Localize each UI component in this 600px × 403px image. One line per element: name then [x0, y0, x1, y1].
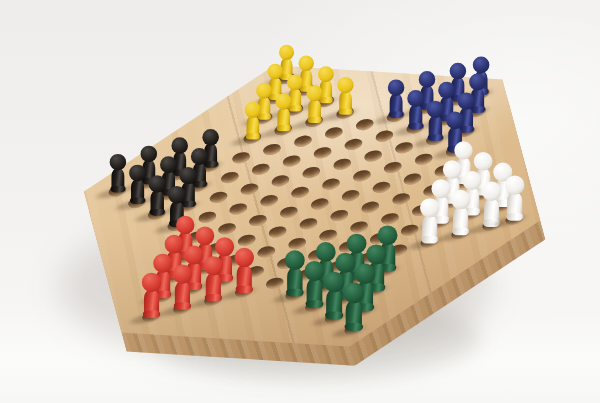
- peg-foot: [506, 213, 523, 221]
- peg-head: [407, 90, 424, 107]
- hole-opening: [329, 208, 349, 223]
- peg-foot: [130, 198, 145, 205]
- hole-opening: [313, 145, 333, 160]
- hole-opening: [287, 236, 307, 251]
- peg-head: [129, 165, 146, 182]
- hole-opening: [321, 177, 341, 192]
- peg-red[interactable]: [203, 256, 225, 301]
- peg-head: [446, 111, 464, 129]
- peg-foot: [174, 302, 191, 310]
- hole-opening: [301, 165, 321, 180]
- hole-opening: [414, 152, 434, 167]
- peg-head: [343, 282, 364, 303]
- hole-opening: [394, 140, 414, 155]
- hole-opening: [293, 134, 313, 149]
- peg-head: [431, 179, 450, 198]
- peg-head: [318, 66, 334, 82]
- peg-foot: [325, 312, 343, 320]
- peg-white[interactable]: [419, 198, 441, 243]
- peg-red[interactable]: [233, 248, 255, 293]
- peg-head: [141, 146, 158, 163]
- hole-opening: [372, 180, 392, 195]
- chinese-checkers-board: [65, 9, 560, 403]
- peg-foot: [246, 133, 260, 139]
- hole-opening: [324, 126, 344, 141]
- peg-head: [366, 244, 386, 264]
- peg-foot: [236, 286, 253, 294]
- hole-opening: [270, 173, 290, 188]
- peg-head: [165, 235, 184, 254]
- hole-opening: [360, 200, 380, 215]
- peg-black[interactable]: [109, 154, 127, 193]
- peg-head: [419, 71, 436, 88]
- peg-head: [153, 254, 172, 273]
- hole-opening: [239, 182, 259, 197]
- peg-blue[interactable]: [426, 101, 445, 141]
- hole-opening: [290, 185, 310, 200]
- hole-opening: [209, 190, 229, 205]
- peg-head: [268, 64, 283, 79]
- peg-head: [171, 137, 188, 154]
- peg-head: [149, 175, 166, 192]
- peg-foot: [338, 108, 352, 114]
- peg-head: [454, 141, 472, 159]
- hole-opening: [217, 221, 237, 236]
- hole-opening: [228, 202, 248, 217]
- peg-black[interactable]: [148, 175, 167, 215]
- hole-opening: [298, 216, 318, 231]
- peg-head: [110, 154, 127, 171]
- peg-head: [347, 234, 367, 254]
- hole-opening: [363, 149, 383, 164]
- hole-opening: [380, 211, 400, 226]
- peg-foot: [277, 125, 291, 131]
- hole-opening: [402, 172, 422, 187]
- peg-head: [378, 225, 398, 245]
- peg-foot: [306, 300, 324, 308]
- peg-foot: [452, 228, 469, 236]
- hole-opening: [332, 157, 352, 172]
- hole-opening: [262, 142, 282, 157]
- peg-head: [142, 273, 161, 292]
- hole-opening: [341, 188, 361, 203]
- peg-head: [245, 102, 261, 118]
- scene: [0, 0, 600, 403]
- peg-head: [279, 45, 294, 60]
- hole-opening: [355, 117, 375, 132]
- peg-head: [427, 101, 444, 118]
- peg-green[interactable]: [342, 282, 365, 331]
- peg-foot: [205, 294, 222, 302]
- peg-head: [173, 264, 192, 283]
- peg-foot: [307, 117, 321, 123]
- peg-white[interactable]: [450, 190, 472, 235]
- peg-head: [420, 198, 439, 217]
- hole-opening: [237, 233, 257, 248]
- hole-opening: [248, 213, 268, 228]
- peg-foot: [389, 112, 404, 118]
- peg-head: [179, 167, 196, 184]
- peg-foot: [143, 310, 160, 318]
- hole-opening: [349, 220, 369, 235]
- peg-red[interactable]: [141, 273, 163, 318]
- hole-opening: [318, 228, 338, 243]
- peg-head: [202, 129, 219, 146]
- hole-opening: [352, 168, 372, 183]
- peg-head: [235, 248, 254, 267]
- peg-head: [462, 171, 481, 190]
- peg-head: [443, 160, 462, 179]
- hole-opening: [268, 225, 288, 240]
- hole-opening: [279, 205, 299, 220]
- peg-head: [176, 216, 194, 234]
- peg-head: [505, 175, 524, 194]
- hole-opening: [265, 276, 285, 291]
- peg-head: [160, 156, 177, 173]
- peg-head: [204, 256, 223, 275]
- board-hole[interactable]: [134, 304, 169, 328]
- peg-head: [316, 242, 336, 262]
- peg-foot: [286, 289, 304, 297]
- peg-foot: [428, 134, 443, 141]
- peg-blue[interactable]: [406, 90, 425, 129]
- peg-head: [298, 56, 313, 71]
- board-hole[interactable]: [504, 209, 524, 229]
- peg-head: [215, 237, 234, 256]
- peg-head: [184, 245, 203, 264]
- hole-opening: [343, 137, 363, 152]
- peg-yellow[interactable]: [244, 102, 262, 140]
- peg-yellow[interactable]: [275, 94, 293, 132]
- hole-opening: [282, 154, 302, 169]
- peg-foot: [421, 236, 438, 244]
- peg-head: [335, 253, 355, 273]
- peg-foot: [111, 186, 126, 192]
- peg-head: [307, 85, 323, 101]
- hole-opening: [256, 244, 276, 259]
- hole-opening: [400, 223, 420, 238]
- peg-foot: [408, 123, 423, 130]
- hole-opening: [220, 170, 240, 185]
- peg-head: [256, 83, 272, 99]
- peg-foot: [345, 323, 364, 331]
- hole-opening: [374, 129, 394, 144]
- hole-opening: [391, 192, 411, 207]
- hole-opening: [197, 210, 217, 225]
- peg-head: [450, 63, 467, 80]
- peg-head: [451, 190, 470, 209]
- peg-red[interactable]: [172, 264, 194, 309]
- peg-head: [482, 182, 501, 201]
- peg-head: [196, 226, 215, 245]
- peg-head: [168, 186, 186, 204]
- hole-opening: [310, 197, 330, 212]
- peg-head: [473, 57, 490, 74]
- hole-opening: [383, 160, 403, 175]
- peg-black[interactable]: [128, 165, 147, 204]
- peg-head: [388, 79, 405, 96]
- peg-head: [276, 94, 292, 110]
- hole-opening: [231, 150, 251, 165]
- hole-opening: [259, 193, 279, 208]
- peg-head: [469, 74, 486, 91]
- hole-opening: [251, 162, 271, 177]
- peg-yellow[interactable]: [337, 77, 355, 115]
- peg-head: [474, 152, 493, 171]
- peg-head: [337, 77, 353, 93]
- peg-white[interactable]: [504, 175, 526, 220]
- peg-head: [355, 263, 376, 284]
- peg-head: [287, 75, 303, 91]
- peg-foot: [150, 209, 165, 216]
- peg-blue[interactable]: [387, 79, 405, 118]
- peg-head: [285, 250, 305, 270]
- peg-head: [438, 82, 455, 99]
- peg-head: [191, 148, 208, 165]
- peg-yellow[interactable]: [306, 85, 324, 123]
- peg-head: [304, 261, 324, 281]
- peg-head: [458, 93, 475, 110]
